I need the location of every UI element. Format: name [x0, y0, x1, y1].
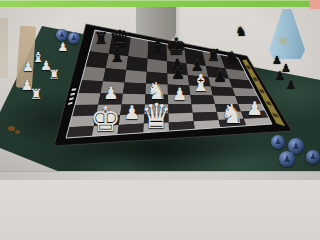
token-piece-icon: ♟	[292, 142, 300, 151]
corner-pink-object	[310, 0, 320, 9]
piece-white-p-e4[interactable]: ♟	[172, 86, 187, 103]
piece-white-n-g1[interactable]: ♞	[220, 101, 244, 128]
token-piece-icon: ♟	[59, 32, 65, 39]
token-piece-icon: ♟	[274, 138, 281, 146]
piece-white-q-d1[interactable]: ♛	[141, 99, 172, 134]
square-a6[interactable]	[82, 67, 106, 82]
square-b6[interactable]	[103, 68, 126, 82]
captured-black-p-4[interactable]: ♟	[286, 79, 297, 91]
square-e2[interactable]	[169, 113, 194, 123]
square-g5[interactable]	[211, 87, 236, 96]
token-piece-icon: ♟	[71, 35, 77, 42]
token-piece-icon: ♟	[283, 155, 291, 164]
piece-white-p-h2[interactable]: ♟	[246, 99, 263, 118]
square-e3[interactable]	[168, 104, 193, 113]
captured-white-r-4[interactable]: ♜	[48, 68, 60, 81]
captured-black-p-3[interactable]: ♟	[275, 70, 286, 82]
piece-black-p-e6[interactable]: ♟	[171, 67, 185, 82]
token-button-1[interactable]: ♟	[68, 32, 80, 44]
square-a5[interactable]	[78, 80, 103, 93]
token-button-4[interactable]: ♟	[279, 151, 295, 167]
square-f2[interactable]	[193, 112, 219, 121]
piece-white-p-c2[interactable]: ♟	[123, 104, 140, 123]
captured-white-p-2[interactable]: ♟	[22, 60, 34, 73]
top-green-bar	[0, 0, 320, 7]
token-button-5[interactable]: ♟	[306, 150, 320, 164]
square-d7[interactable]	[147, 59, 168, 74]
token-button-2[interactable]: ♟	[271, 135, 285, 149]
captured-black-n-0[interactable]: ♞	[235, 25, 247, 38]
piece-white-k-b1[interactable]: ♚	[90, 102, 121, 137]
square-f4[interactable]	[190, 95, 215, 104]
captured-white-p-1[interactable]: ♟	[58, 41, 69, 53]
captured-white-r-6[interactable]: ♜	[30, 87, 43, 101]
piece-black-r-g8[interactable]: ♜	[207, 48, 221, 64]
square-f3[interactable]	[192, 104, 217, 113]
piece-black-b-b7[interactable]: ♝	[108, 45, 127, 66]
piece-black-b-d8[interactable]: ♝	[149, 37, 166, 56]
square-c6[interactable]	[125, 70, 147, 83]
token-button-0[interactable]: ♟	[56, 29, 68, 41]
piece-white-b-f5[interactable]: ♝	[190, 71, 211, 95]
piece-black-r-a8[interactable]: ♜	[94, 31, 108, 47]
square-c7[interactable]	[126, 56, 147, 72]
square-c5[interactable]	[123, 82, 146, 94]
piece-black-n-h8[interactable]: ♞	[224, 49, 240, 67]
piece-black-p-g6[interactable]: ♟	[213, 70, 227, 85]
token-piece-icon: ♟	[309, 153, 316, 161]
